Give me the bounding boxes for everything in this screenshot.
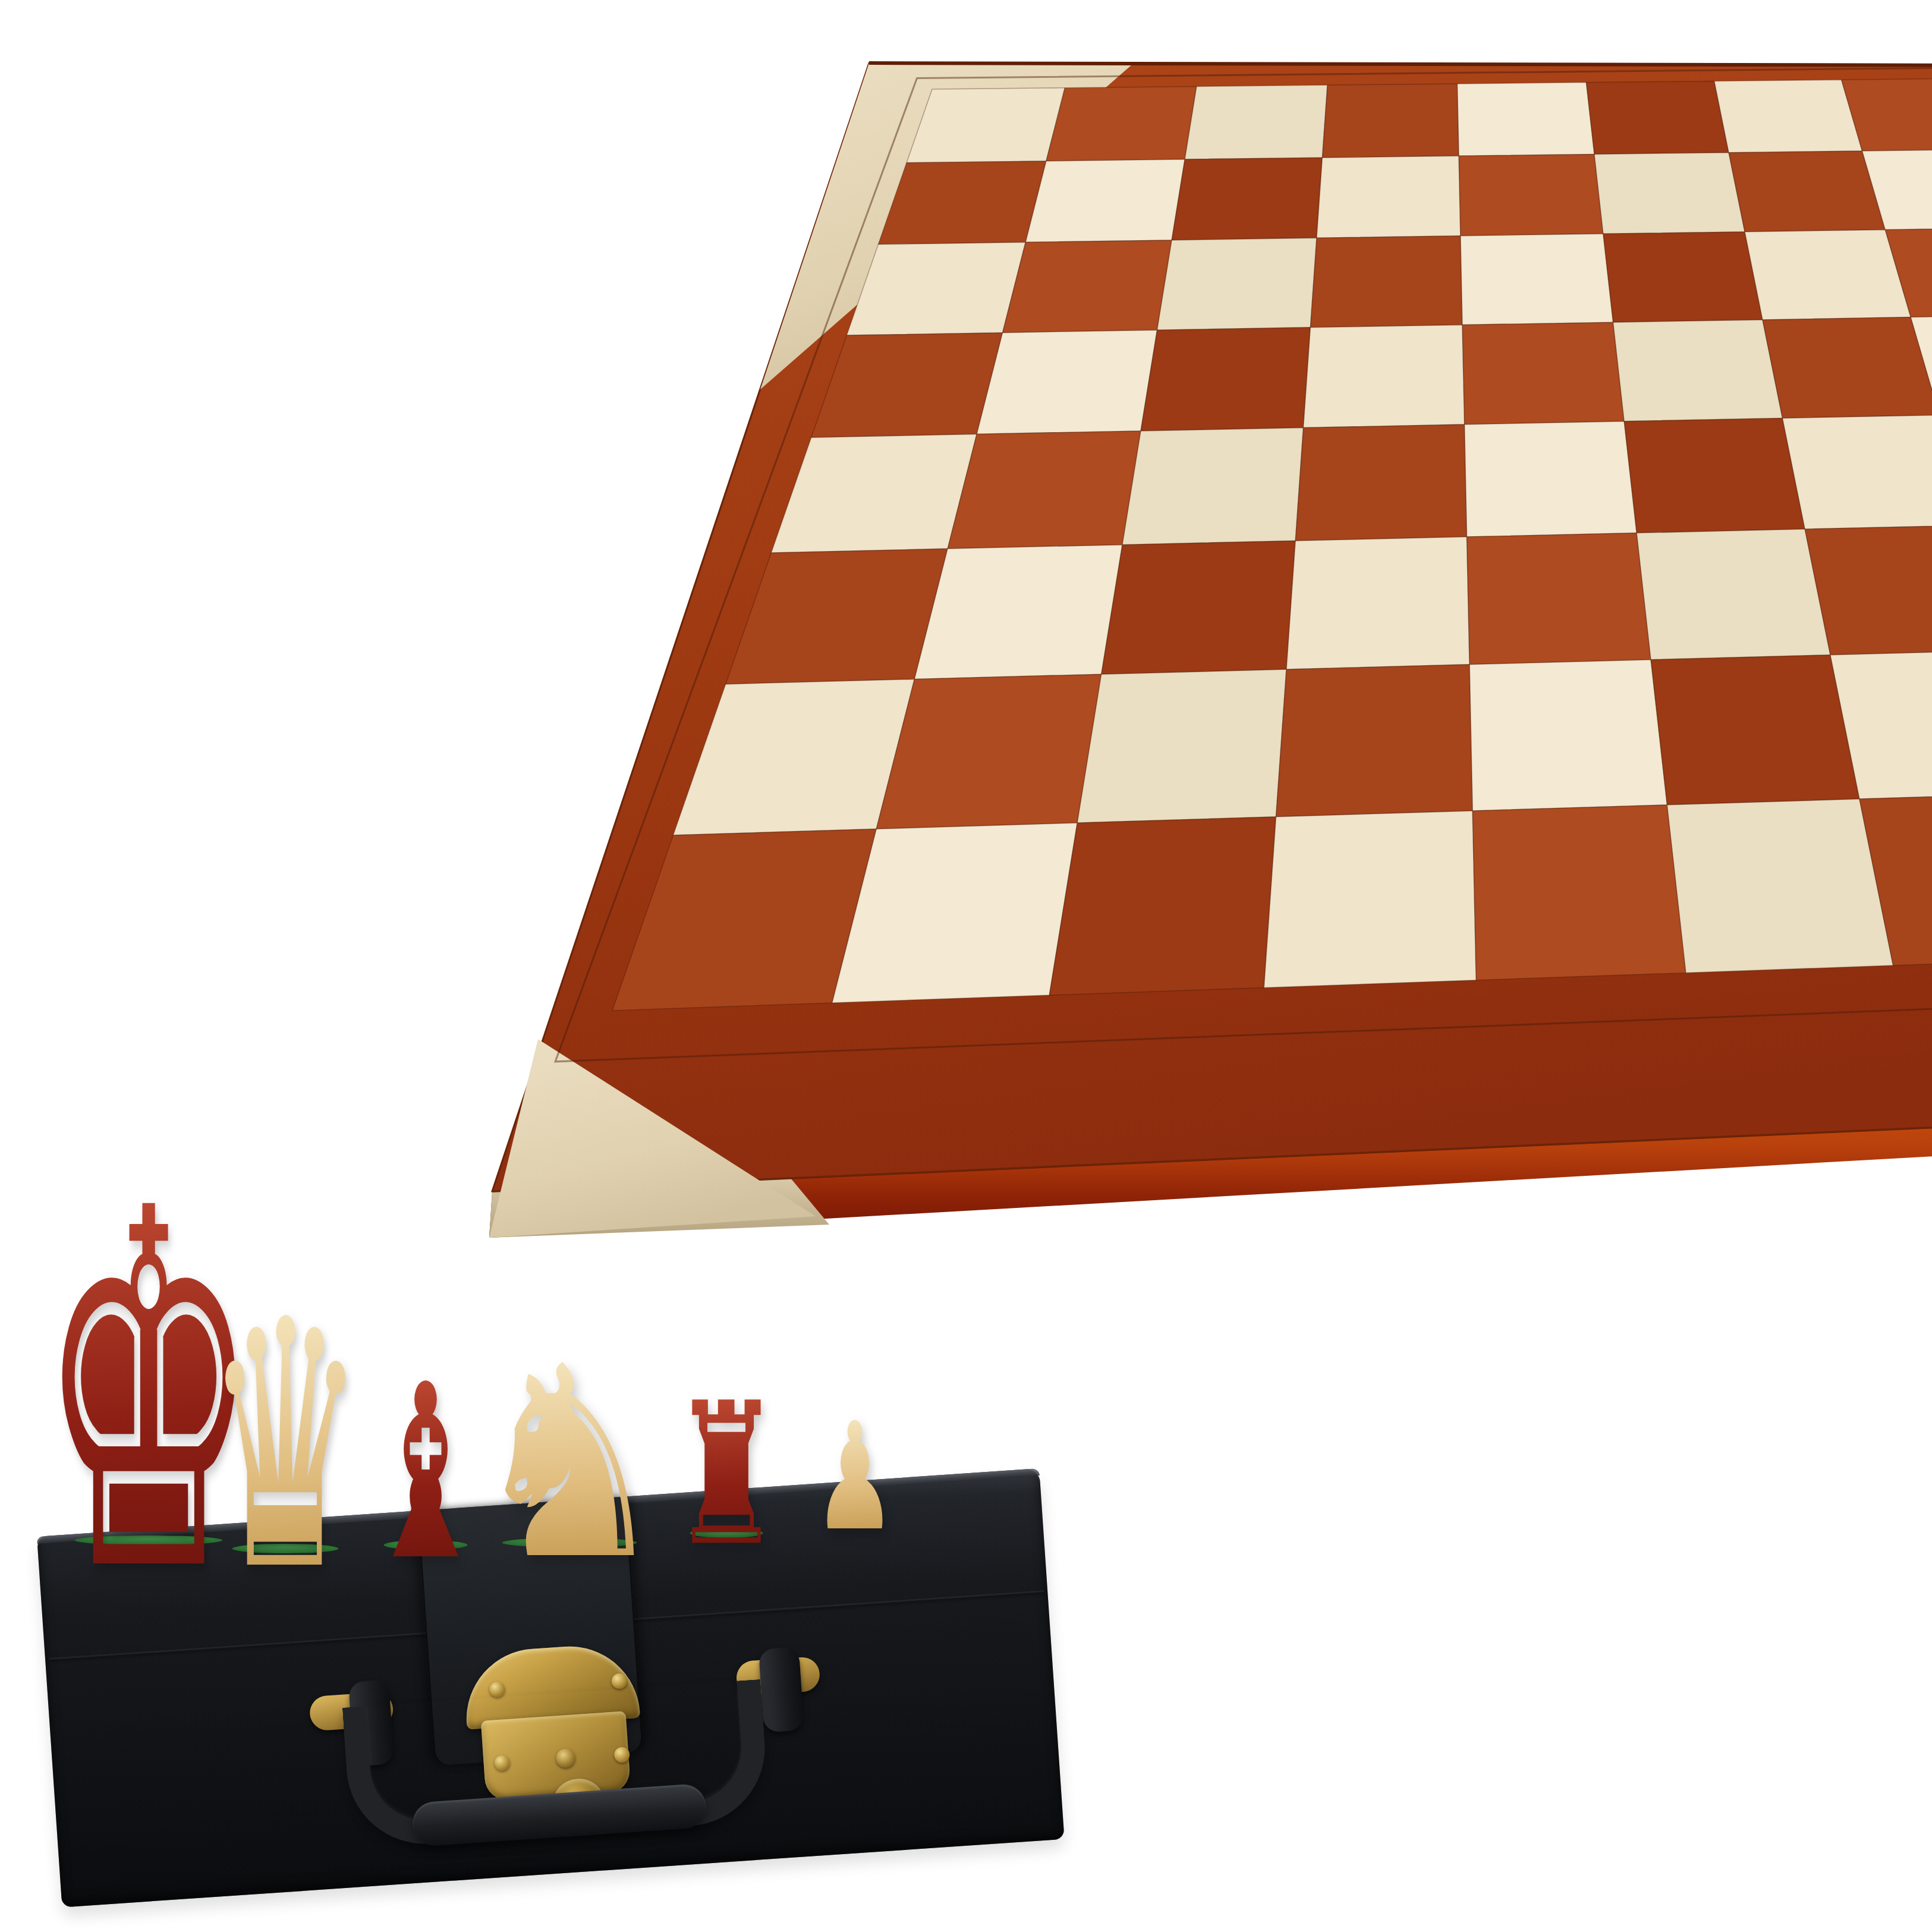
storage-case bbox=[37, 1468, 1065, 1907]
square-d2[interactable] bbox=[1276, 665, 1473, 817]
square-b8[interactable] bbox=[1046, 86, 1197, 161]
square-c2[interactable] bbox=[1077, 669, 1286, 823]
square-b2[interactable] bbox=[876, 674, 1102, 829]
square-b5[interactable] bbox=[977, 330, 1157, 434]
square-f6[interactable] bbox=[1603, 232, 1763, 322]
square-c5[interactable] bbox=[1141, 328, 1310, 431]
handle-strap-right bbox=[759, 1647, 804, 1732]
square-f1[interactable] bbox=[1667, 799, 1893, 973]
square-c6[interactable] bbox=[1157, 238, 1317, 330]
square-e2[interactable] bbox=[1470, 660, 1667, 811]
square-c7[interactable] bbox=[1172, 158, 1322, 240]
square-e3[interactable] bbox=[1467, 533, 1651, 665]
square-b3[interactable] bbox=[914, 545, 1122, 679]
square-g8[interactable] bbox=[1714, 80, 1862, 153]
square-b6[interactable] bbox=[1003, 240, 1172, 333]
square-d5[interactable] bbox=[1304, 325, 1465, 428]
square-c3[interactable] bbox=[1102, 541, 1296, 674]
square-a8[interactable] bbox=[907, 88, 1065, 163]
square-d4[interactable] bbox=[1295, 424, 1467, 541]
square-f3[interactable] bbox=[1637, 529, 1830, 660]
square-a7[interactable] bbox=[878, 161, 1046, 244]
square-e6[interactable] bbox=[1461, 234, 1613, 325]
square-c1[interactable] bbox=[1049, 817, 1276, 995]
square-d6[interactable] bbox=[1310, 236, 1462, 328]
square-g5[interactable] bbox=[1763, 317, 1932, 419]
square-f4[interactable] bbox=[1624, 419, 1805, 533]
square-f7[interactable] bbox=[1594, 153, 1745, 234]
square-c8[interactable] bbox=[1185, 85, 1327, 159]
product-photo: ♚♛♝♞♜♟ bbox=[0, 0, 1932, 1932]
square-e1[interactable] bbox=[1472, 805, 1686, 980]
square-d8[interactable] bbox=[1322, 84, 1459, 158]
square-b4[interactable] bbox=[948, 431, 1141, 549]
square-b7[interactable] bbox=[1025, 159, 1185, 243]
square-e4[interactable] bbox=[1465, 421, 1637, 537]
square-g6[interactable] bbox=[1745, 229, 1911, 320]
square-g7[interactable] bbox=[1729, 151, 1885, 232]
square-c4[interactable] bbox=[1122, 428, 1304, 545]
square-d1[interactable] bbox=[1264, 811, 1476, 988]
square-g4[interactable] bbox=[1783, 415, 1932, 529]
square-f2[interactable] bbox=[1651, 655, 1859, 805]
square-e7[interactable] bbox=[1459, 155, 1603, 236]
square-f8[interactable] bbox=[1586, 81, 1729, 154]
square-d7[interactable] bbox=[1317, 156, 1461, 238]
square-f5[interactable] bbox=[1613, 320, 1783, 421]
square-e5[interactable] bbox=[1462, 322, 1624, 424]
square-e8[interactable] bbox=[1458, 83, 1595, 156]
board-far-edge-line bbox=[869, 63, 1932, 65]
square-d3[interactable] bbox=[1286, 537, 1470, 669]
